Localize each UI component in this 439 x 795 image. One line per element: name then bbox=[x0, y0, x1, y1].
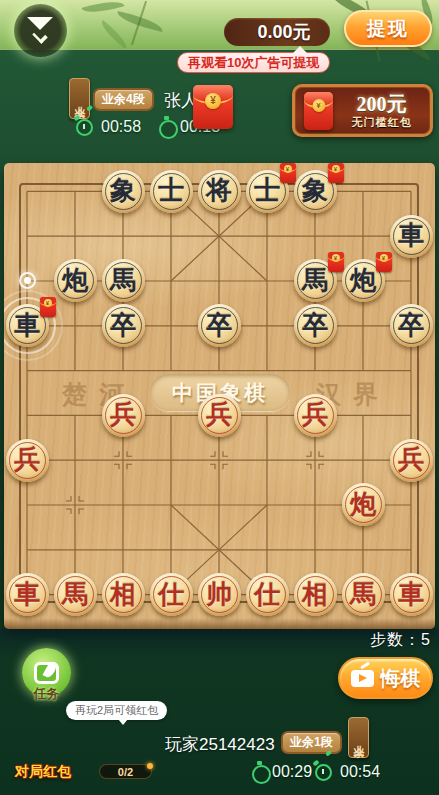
board-point-8-6[interactable] bbox=[291, 527, 339, 572]
board-point-3-4[interactable]: 卒 bbox=[195, 303, 243, 348]
tv-play-icon bbox=[351, 670, 374, 687]
board-point-8-8[interactable] bbox=[387, 527, 435, 572]
piece-character: 車 bbox=[398, 582, 424, 608]
piece-character: 士 bbox=[254, 178, 280, 204]
board-point-8-0[interactable] bbox=[4, 527, 51, 572]
piece-character: 仕 bbox=[158, 582, 184, 608]
board-point-7-0[interactable] bbox=[4, 483, 51, 528]
piece-red-相[interactable]: 相 bbox=[102, 573, 145, 616]
board-point-5-0[interactable] bbox=[4, 393, 51, 438]
board-point-0-1[interactable] bbox=[51, 169, 99, 214]
red-packet-icon[interactable]: ¥ bbox=[376, 252, 392, 272]
red-packet-icon[interactable]: ¥ bbox=[280, 163, 296, 183]
bonus-packet-amount: 200元 bbox=[333, 93, 430, 116]
player-move-time: 00:29 bbox=[272, 763, 312, 781]
board-point-6-4[interactable] bbox=[195, 438, 243, 483]
piece-black-士[interactable]: 士 bbox=[150, 170, 193, 213]
board-point-6-6[interactable] bbox=[291, 438, 339, 483]
piece-character: 仕 bbox=[254, 582, 280, 608]
board-point-8-1[interactable] bbox=[51, 527, 99, 572]
board-point-5-4[interactable]: 兵 bbox=[195, 393, 243, 438]
board-point-8-4[interactable] bbox=[195, 527, 243, 572]
feather-icon bbox=[34, 662, 59, 684]
piece-red-兵[interactable]: 兵 bbox=[294, 394, 337, 437]
board-point-2-4[interactable] bbox=[195, 259, 243, 304]
piece-black-炮[interactable]: 炮¥ bbox=[342, 259, 385, 302]
board-point-9-0[interactable]: 車 bbox=[4, 572, 51, 617]
piece-character: 相 bbox=[302, 582, 328, 608]
board-point-9-4[interactable]: 帅 bbox=[195, 572, 243, 617]
packet-progress: 0/2 bbox=[99, 764, 152, 779]
board-point-9-8[interactable]: 車 bbox=[387, 572, 435, 617]
board-point-7-1[interactable] bbox=[51, 483, 99, 528]
board-point-1-1[interactable] bbox=[51, 214, 99, 259]
chevron-down-icon bbox=[27, 17, 53, 30]
piece-red-車[interactable]: 車 bbox=[390, 573, 433, 616]
opponent-rank-badge: 业余4段 bbox=[93, 88, 154, 111]
alarm-clock-icon bbox=[315, 764, 332, 781]
piece-black-将[interactable]: 将 bbox=[198, 170, 241, 213]
piece-character: 兵 bbox=[14, 447, 40, 473]
piece-black-馬[interactable]: 馬 bbox=[102, 259, 145, 302]
red-packet-icon[interactable]: ¥ bbox=[328, 252, 344, 272]
board-point-4-5[interactable] bbox=[243, 348, 291, 393]
board-point-3-3[interactable] bbox=[147, 303, 195, 348]
bonus-packet-button[interactable]: ¥ 200元 无门槛红包 bbox=[292, 84, 433, 137]
piece-red-仕[interactable]: 仕 bbox=[246, 573, 289, 616]
piece-character: 炮 bbox=[350, 492, 376, 518]
piece-character: 馬 bbox=[62, 582, 88, 608]
opponent-rank-text: 业余4段 bbox=[102, 91, 145, 108]
player-club-badge-text: 业余 bbox=[351, 736, 366, 740]
board-point-8-7[interactable] bbox=[339, 527, 387, 572]
piece-character: 象 bbox=[302, 178, 328, 204]
step-counter: 步数：5 bbox=[370, 630, 431, 651]
piece-character: 兵 bbox=[110, 402, 136, 428]
board-point-7-2[interactable] bbox=[99, 483, 147, 528]
piece-character: 兵 bbox=[302, 402, 328, 428]
board-point-7-8[interactable] bbox=[387, 483, 435, 528]
board-point-6-0[interactable]: 兵 bbox=[4, 438, 51, 483]
piece-red-兵[interactable]: 兵 bbox=[198, 394, 241, 437]
board-point-2-2[interactable]: 馬 bbox=[99, 259, 147, 304]
step-counter-value: 5 bbox=[421, 631, 431, 648]
piece-black-車[interactable]: 車 bbox=[390, 215, 433, 258]
piece-black-車[interactable]: 車¥ bbox=[6, 304, 49, 347]
piece-character: 卒 bbox=[206, 313, 232, 339]
board-point-3-2[interactable]: 卒 bbox=[99, 303, 147, 348]
board-point-5-7[interactable] bbox=[339, 393, 387, 438]
coin-icon: ¥ bbox=[312, 99, 325, 112]
board-point-6-5[interactable] bbox=[243, 438, 291, 483]
board-point-5-5[interactable] bbox=[243, 393, 291, 438]
board-point-4-1[interactable] bbox=[51, 348, 99, 393]
board-point-3-7[interactable] bbox=[339, 303, 387, 348]
last-move-from-marker bbox=[19, 272, 36, 289]
piece-character: 象 bbox=[110, 178, 136, 204]
board-point-6-8[interactable]: 兵 bbox=[387, 438, 435, 483]
board-point-6-7[interactable] bbox=[339, 438, 387, 483]
board-point-9-7[interactable]: 馬 bbox=[339, 572, 387, 617]
piece-character: 馬 bbox=[350, 582, 376, 608]
piece-character: 炮 bbox=[350, 268, 376, 294]
board-point-0-5[interactable]: 士¥ bbox=[243, 169, 291, 214]
board-point-4-4[interactable] bbox=[195, 348, 243, 393]
piece-black-卒[interactable]: 卒 bbox=[294, 304, 337, 347]
piece-red-兵[interactable]: 兵 bbox=[6, 439, 49, 482]
board-point-1-5[interactable] bbox=[243, 214, 291, 259]
board-point-9-5[interactable]: 仕 bbox=[243, 572, 291, 617]
red-packet-icon[interactable]: ¥ bbox=[328, 163, 344, 183]
piece-black-象[interactable]: 象¥ bbox=[294, 170, 337, 213]
piece-red-兵[interactable]: 兵 bbox=[102, 394, 145, 437]
piece-character: 車 bbox=[398, 223, 424, 249]
piece-red-車[interactable]: 車 bbox=[6, 573, 49, 616]
piece-black-卒[interactable]: 卒 bbox=[102, 304, 145, 347]
coin-icon: ¥ bbox=[205, 93, 221, 109]
piece-black-士[interactable]: 士¥ bbox=[246, 170, 289, 213]
board-point-9-6[interactable]: 相 bbox=[291, 572, 339, 617]
piece-character: 炮 bbox=[62, 268, 88, 294]
board-point-1-8[interactable]: 車 bbox=[387, 214, 435, 259]
bonus-packet-label: 无门槛红包 bbox=[333, 116, 430, 129]
board-point-7-5[interactable] bbox=[243, 483, 291, 528]
board-point-1-0[interactable] bbox=[4, 214, 51, 259]
piece-black-卒[interactable]: 卒 bbox=[198, 304, 241, 347]
stopwatch-icon bbox=[252, 762, 267, 781]
piece-red-馬[interactable]: 馬 bbox=[342, 573, 385, 616]
ad-banner-text: 再观看10次广告可提现 bbox=[188, 55, 319, 70]
board-point-2-3[interactable] bbox=[147, 259, 195, 304]
piece-character: 卒 bbox=[110, 313, 136, 339]
board-point-2-8[interactable] bbox=[387, 259, 435, 304]
board-point-3-5[interactable] bbox=[243, 303, 291, 348]
board-point-6-1[interactable] bbox=[51, 438, 99, 483]
board-point-5-8[interactable] bbox=[387, 393, 435, 438]
board-point-9-2[interactable]: 相 bbox=[99, 572, 147, 617]
balance-amount: 0.00元 bbox=[257, 20, 310, 44]
ad-banner: 再观看10次广告可提现 bbox=[177, 52, 330, 73]
opponent-total-time: 00:58 bbox=[101, 118, 141, 136]
reward-tip-text: 再玩2局可领红包 bbox=[75, 704, 158, 716]
stopwatch-icon bbox=[159, 117, 174, 136]
board-point-0-7[interactable] bbox=[339, 169, 387, 214]
piece-black-馬[interactable]: 馬¥ bbox=[294, 259, 337, 302]
board-point-5-6[interactable]: 兵 bbox=[291, 393, 339, 438]
piece-character: 馬 bbox=[110, 268, 136, 294]
piece-red-炮[interactable]: 炮 bbox=[342, 483, 385, 526]
board-point-7-4[interactable] bbox=[195, 483, 243, 528]
piece-black-卒[interactable]: 卒 bbox=[390, 304, 433, 347]
player-total-time: 00:54 bbox=[340, 763, 380, 781]
alarm-clock-icon bbox=[76, 119, 93, 136]
red-packet-icon: ¥ bbox=[304, 92, 333, 130]
board-point-0-4[interactable]: 将 bbox=[195, 169, 243, 214]
player-rank-badge: 业余1段 bbox=[281, 731, 342, 754]
piece-black-炮[interactable]: 炮 bbox=[54, 259, 97, 302]
board-point-5-2[interactable]: 兵 bbox=[99, 393, 147, 438]
undo-button[interactable]: 悔棋 bbox=[338, 657, 433, 699]
board-bevel bbox=[4, 618, 435, 629]
opponent-club-badge: 业余 bbox=[69, 78, 90, 119]
board-grid: 象士将士¥象¥車炮馬馬¥炮¥車¥卒卒卒卒兵兵兵兵兵炮車馬相仕帅仕相馬車 bbox=[4, 169, 435, 617]
board-point-2-1[interactable]: 炮 bbox=[51, 259, 99, 304]
board-point-5-3[interactable] bbox=[147, 393, 195, 438]
board-point-3-6[interactable]: 卒 bbox=[291, 303, 339, 348]
board-point-4-8[interactable] bbox=[387, 348, 435, 393]
task-button-label: 任务 bbox=[24, 685, 69, 703]
board-point-7-3[interactable] bbox=[147, 483, 195, 528]
piece-character: 卒 bbox=[398, 313, 424, 339]
balance-red-packet-icon[interactable]: ¥ bbox=[193, 85, 233, 129]
board-point-0-2[interactable]: 象 bbox=[99, 169, 147, 214]
board-point-0-6[interactable]: 象¥ bbox=[291, 169, 339, 214]
board-point-5-1[interactable] bbox=[51, 393, 99, 438]
board-point-2-5[interactable] bbox=[243, 259, 291, 304]
piece-character: 馬 bbox=[302, 268, 328, 294]
chevron-down-icon bbox=[32, 28, 48, 44]
piece-character: 卒 bbox=[302, 313, 328, 339]
step-counter-label: 步数： bbox=[370, 631, 421, 648]
piece-character: 車 bbox=[14, 582, 40, 608]
player-rank-text: 业余1段 bbox=[290, 734, 333, 751]
piece-red-帅[interactable]: 帅 bbox=[198, 573, 241, 616]
xiangqi-board[interactable]: 楚河 汉界 中国象棋 象士将士¥象¥車炮馬馬¥炮¥車¥卒卒卒卒兵兵兵兵兵炮車馬相… bbox=[4, 163, 435, 629]
board-point-0-3[interactable]: 士 bbox=[147, 169, 195, 214]
board-point-4-3[interactable] bbox=[147, 348, 195, 393]
board-point-9-1[interactable]: 馬 bbox=[51, 572, 99, 617]
piece-red-相[interactable]: 相 bbox=[294, 573, 337, 616]
piece-character: 将 bbox=[206, 178, 232, 204]
board-point-1-4[interactable] bbox=[195, 214, 243, 259]
balance-pill[interactable]: 0.00元 bbox=[224, 18, 330, 46]
board-point-6-2[interactable] bbox=[99, 438, 147, 483]
match-packet-label: 对局红包 bbox=[2, 763, 84, 781]
reward-tip-bubble: 再玩2局可领红包 bbox=[66, 701, 167, 720]
board-point-9-3[interactable]: 仕 bbox=[147, 572, 195, 617]
board-point-8-5[interactable] bbox=[243, 527, 291, 572]
board-point-2-7[interactable]: 炮¥ bbox=[339, 259, 387, 304]
withdraw-label: 提现 bbox=[367, 16, 409, 42]
piece-character: 兵 bbox=[398, 447, 424, 473]
board-point-0-8[interactable] bbox=[387, 169, 435, 214]
board-point-3-8[interactable]: 卒 bbox=[387, 303, 435, 348]
board-point-8-2[interactable] bbox=[99, 527, 147, 572]
piece-character: 相 bbox=[110, 582, 136, 608]
piece-character: 兵 bbox=[206, 402, 232, 428]
red-packet-icon[interactable]: ¥ bbox=[40, 297, 56, 317]
board-point-8-3[interactable] bbox=[147, 527, 195, 572]
player-club-badge: 业余 bbox=[348, 717, 369, 758]
piece-character: 士 bbox=[158, 178, 184, 204]
piece-black-象[interactable]: 象 bbox=[102, 170, 145, 213]
piece-red-兵[interactable]: 兵 bbox=[390, 439, 433, 482]
board-point-6-3[interactable] bbox=[147, 438, 195, 483]
withdraw-button[interactable]: 提现 bbox=[344, 10, 432, 47]
board-point-4-2[interactable] bbox=[99, 348, 147, 393]
piece-red-仕[interactable]: 仕 bbox=[150, 573, 193, 616]
board-point-1-2[interactable] bbox=[99, 214, 147, 259]
opponent-club-badge-text: 业余 bbox=[72, 97, 87, 101]
board-point-4-6[interactable] bbox=[291, 348, 339, 393]
board-point-7-6[interactable] bbox=[291, 483, 339, 528]
board-point-3-0[interactable]: 車¥ bbox=[4, 303, 51, 348]
undo-label: 悔棋 bbox=[381, 665, 421, 692]
board-point-7-7[interactable]: 炮 bbox=[339, 483, 387, 528]
collapse-button[interactable] bbox=[14, 4, 67, 57]
piece-red-馬[interactable]: 馬 bbox=[54, 573, 97, 616]
board-point-2-6[interactable]: 馬¥ bbox=[291, 259, 339, 304]
packet-progress-text: 0/2 bbox=[118, 766, 133, 778]
piece-character: 車 bbox=[14, 313, 40, 339]
board-point-0-0[interactable] bbox=[4, 169, 51, 214]
player-name: 玩家25142423 bbox=[165, 733, 275, 756]
piece-character: 帅 bbox=[206, 582, 232, 608]
board-point-4-7[interactable] bbox=[339, 348, 387, 393]
board-point-1-3[interactable] bbox=[147, 214, 195, 259]
